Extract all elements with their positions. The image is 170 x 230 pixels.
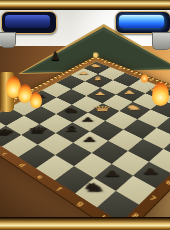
white-queen-icon: ♛ bbox=[88, 105, 117, 112]
white-bishop-icon: ♝ bbox=[85, 76, 111, 81]
black-pawn-icon: ♟ bbox=[72, 116, 102, 122]
flame-icon bbox=[152, 82, 169, 106]
white-pawn-icon: ♟ bbox=[116, 90, 143, 95]
white-knight-icon: ♞ bbox=[84, 63, 108, 67]
left-timer-fill bbox=[5, 15, 50, 28]
white-knight-icon: ♞ bbox=[119, 104, 148, 111]
captured-black-pawn: ♟ bbox=[50, 50, 61, 62]
coord-label-g: g bbox=[75, 200, 85, 208]
bottom-frame-bar bbox=[0, 217, 170, 230]
coord-label-b: b bbox=[117, 67, 123, 70]
coord-label-d: d bbox=[17, 162, 26, 168]
game-screen: aabbccddeeffgghh1122334455667788 ♞♟♝♟♟♛♞… bbox=[0, 0, 170, 230]
coord-label-c: c bbox=[132, 72, 138, 75]
coord-label-f: f bbox=[54, 186, 62, 192]
top-frame-bar bbox=[0, 0, 170, 10]
left-tray-tab[interactable] bbox=[0, 32, 16, 48]
coord-label-c: c bbox=[0, 151, 9, 156]
coord-label-6: 6 bbox=[164, 179, 170, 186]
coord-label-7: 7 bbox=[148, 195, 158, 202]
left-player-timer bbox=[1, 11, 57, 34]
board-glint bbox=[141, 74, 148, 83]
white-pawn-icon: ♟ bbox=[71, 71, 96, 75]
coord-label-d: d bbox=[148, 78, 154, 81]
flame-icon bbox=[30, 92, 42, 108]
black-knight-icon: ♞ bbox=[56, 107, 86, 114]
right-player-timer bbox=[115, 11, 170, 34]
coord-label-e: e bbox=[35, 174, 44, 181]
white-pawn-icon: ♟ bbox=[86, 91, 113, 96]
right-timer-fill bbox=[119, 15, 164, 28]
right-tray-tab[interactable] bbox=[152, 32, 170, 50]
